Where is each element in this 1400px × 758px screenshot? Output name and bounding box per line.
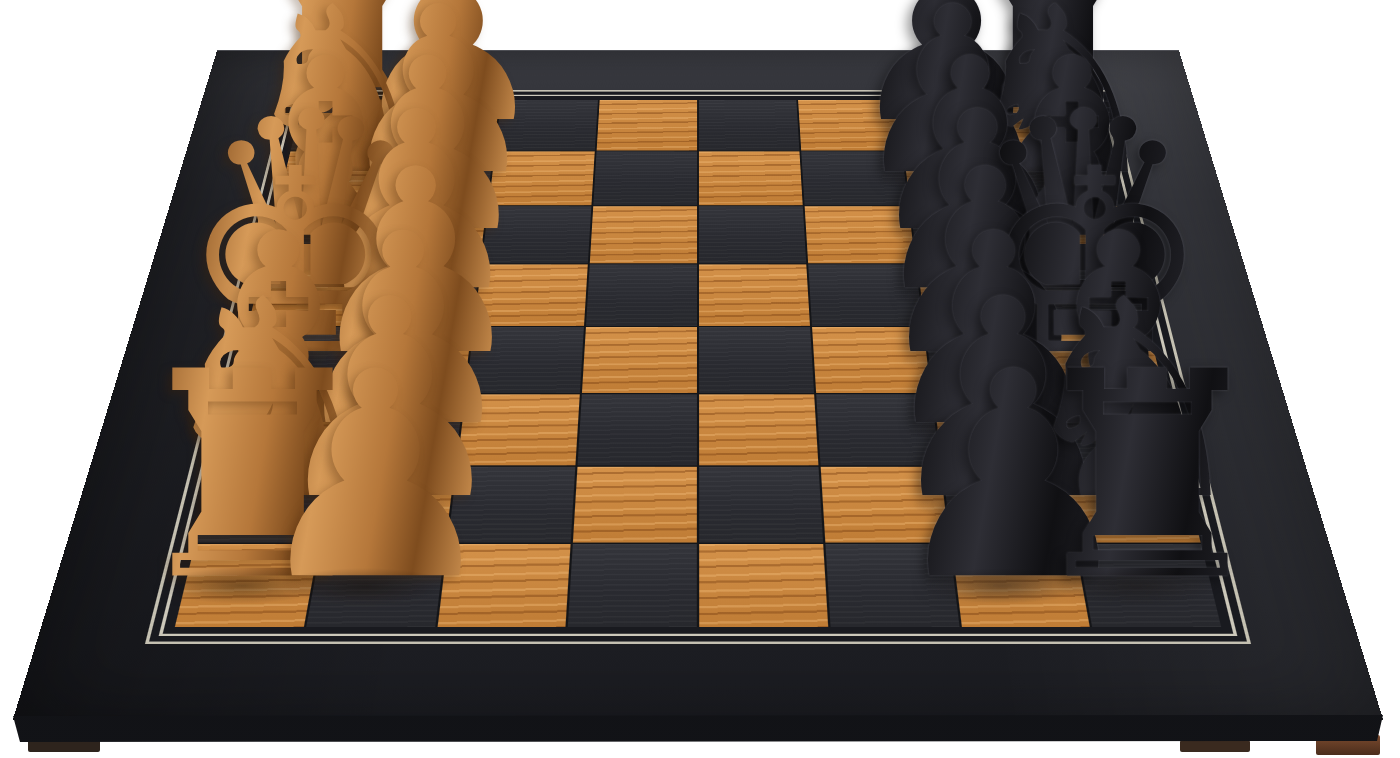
- square-h5[interactable]: [699, 544, 828, 627]
- black-rook[interactable]: ♜: [1020, 364, 1275, 592]
- board-foot-mid: [1180, 740, 1250, 752]
- square-d5[interactable]: [699, 265, 810, 326]
- square-a4[interactable]: [597, 100, 697, 150]
- square-d4[interactable]: [586, 265, 697, 326]
- square-e5[interactable]: [699, 327, 814, 393]
- square-e4[interactable]: [582, 327, 697, 393]
- board-foot-right: [1316, 735, 1380, 755]
- square-g4[interactable]: [573, 466, 697, 542]
- chess-photo-scene: ♜♟♟♜♞♟♟♞♝♟♟♝♛♟♟♛♚♟♟♚♝♟♟♝♞♟♟♞♜♟♟♜: [0, 0, 1400, 758]
- square-c4[interactable]: [590, 206, 697, 263]
- square-f5[interactable]: [699, 394, 818, 465]
- white-pawn[interactable]: ♟: [248, 364, 503, 592]
- square-g5[interactable]: [699, 466, 823, 542]
- square-f4[interactable]: [578, 394, 697, 465]
- board-foot-left: [28, 738, 100, 752]
- square-b5[interactable]: [699, 151, 803, 205]
- square-b4[interactable]: [594, 151, 698, 205]
- square-h4[interactable]: [568, 544, 697, 627]
- square-a5[interactable]: [699, 100, 799, 150]
- square-c5[interactable]: [699, 206, 806, 263]
